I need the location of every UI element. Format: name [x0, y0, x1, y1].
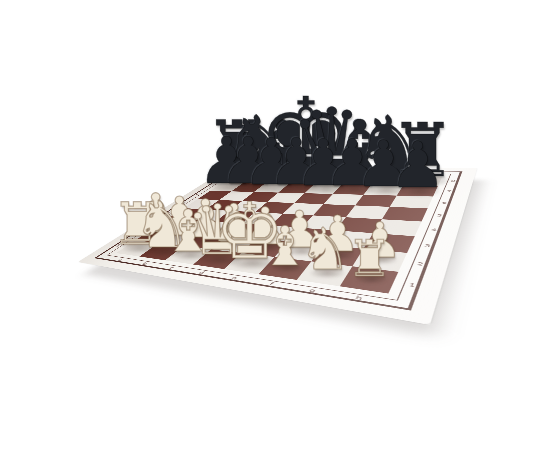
rank-label-right: 2: [408, 261, 432, 268]
file-label-near: f: [261, 280, 282, 287]
rank-label-right: 4: [423, 227, 444, 232]
piece-white-knight-g1[interactable]: ♞: [299, 221, 351, 279]
file-label-near: c: [163, 265, 180, 271]
file-label-near: a: [113, 257, 128, 262]
rank-label-right: 5: [429, 214, 449, 218]
file-label-near: h: [347, 294, 372, 303]
rank-label-right: 3: [416, 243, 438, 249]
piece-white-rook-h1[interactable]: ♜: [347, 234, 392, 284]
file-label-near: d: [192, 270, 210, 276]
product-photo-stage: aa88bb77cc66dd55ee44ff33gg22hh11 ♜♞♝♚♛♝♞…: [0, 0, 550, 450]
file-label-near: g: [301, 287, 324, 295]
rank-label-right: 6: [435, 201, 454, 204]
piece-black-pawn-h7[interactable]: ♟: [389, 133, 446, 197]
rank-label-right: 1: [399, 281, 424, 289]
